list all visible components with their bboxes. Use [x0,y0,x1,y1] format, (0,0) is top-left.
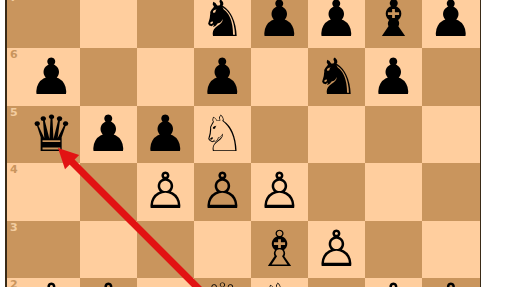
square-e2[interactable]: ♘ [251,278,308,287]
square-a7[interactable]: 7 [7,0,80,48]
square-g5[interactable] [365,106,422,163]
square-f2[interactable] [308,278,365,287]
white-queen-d2[interactable]: ♕ [200,274,245,287]
square-e7[interactable]: ♟ [251,0,308,48]
black-pawn-h7[interactable]: ♟ [429,0,474,48]
square-h2[interactable]: ♙ [422,278,480,287]
rank-label-5: 5 [10,107,18,119]
black-knight-d7[interactable]: ♞ [200,0,245,48]
square-d3[interactable] [194,221,251,278]
chess-board[interactable]: 7♞♟♟♝♟6♟♟♞♟5♛♟♟♘4♙♙♙3♗♙2♙♙♕♘♙♙ [5,0,481,287]
black-knight-f6[interactable]: ♞ [314,49,359,106]
square-f3[interactable]: ♙ [308,221,365,278]
white-pawn-f3[interactable]: ♙ [314,221,359,278]
black-pawn-d6[interactable]: ♟ [200,49,245,106]
square-e4[interactable]: ♙ [251,163,308,220]
square-h3[interactable] [422,221,480,278]
square-g3[interactable] [365,221,422,278]
square-d5[interactable]: ♘ [194,106,251,163]
square-b3[interactable] [80,221,137,278]
square-h6[interactable] [422,48,480,105]
white-bishop-e3[interactable]: ♗ [257,221,302,278]
square-g7[interactable]: ♝ [365,0,422,48]
black-pawn-f7[interactable]: ♟ [314,0,359,48]
square-c3[interactable] [137,221,194,278]
square-d2[interactable]: ♕ [194,278,251,287]
square-b2[interactable]: ♙ [80,278,137,287]
white-knight-d5[interactable]: ♘ [200,106,245,163]
square-c7[interactable] [137,0,194,48]
square-g6[interactable]: ♟ [365,48,422,105]
square-g4[interactable] [365,163,422,220]
square-a3[interactable]: 3 [7,221,80,278]
black-bishop-g7[interactable]: ♝ [371,0,416,48]
rank-label-6: 6 [10,49,18,61]
square-e5[interactable] [251,106,308,163]
black-pawn-c5[interactable]: ♟ [143,106,188,163]
square-f7[interactable]: ♟ [308,0,365,48]
square-a6[interactable]: 6♟ [7,48,80,105]
white-pawn-b2[interactable]: ♙ [86,274,131,287]
square-a2[interactable]: 2♙ [7,278,80,287]
white-pawn-h2[interactable]: ♙ [429,274,474,287]
black-pawn-g6[interactable]: ♟ [371,49,416,106]
square-d7[interactable]: ♞ [194,0,251,48]
rank-label-2: 2 [10,279,18,287]
square-h4[interactable] [422,163,480,220]
rank-label-7: 7 [10,0,18,4]
square-f4[interactable] [308,163,365,220]
square-c4[interactable]: ♙ [137,163,194,220]
white-pawn-a2[interactable]: ♙ [29,274,74,287]
white-pawn-g2[interactable]: ♙ [371,274,416,287]
rank-label-3: 3 [10,222,18,234]
square-b6[interactable] [80,48,137,105]
black-pawn-b5[interactable]: ♟ [86,106,131,163]
square-c5[interactable]: ♟ [137,106,194,163]
square-c6[interactable] [137,48,194,105]
square-e6[interactable] [251,48,308,105]
square-g2[interactable]: ♙ [365,278,422,287]
rank-label-4: 4 [10,164,18,176]
square-a4[interactable]: 4 [7,163,80,220]
black-pawn-e7[interactable]: ♟ [257,0,302,48]
square-d6[interactable]: ♟ [194,48,251,105]
square-b4[interactable] [80,163,137,220]
black-queen-a5[interactable]: ♛ [29,106,74,163]
white-pawn-c4[interactable]: ♙ [143,163,188,220]
chess-diagram: 7♞♟♟♝♟6♟♟♞♟5♛♟♟♘4♙♙♙3♗♙2♙♙♕♘♙♙ [0,0,509,287]
white-pawn-d4[interactable]: ♙ [200,163,245,220]
square-f5[interactable] [308,106,365,163]
white-pawn-e4[interactable]: ♙ [257,163,302,220]
square-h5[interactable] [422,106,480,163]
square-e3[interactable]: ♗ [251,221,308,278]
square-d4[interactable]: ♙ [194,163,251,220]
square-f6[interactable]: ♞ [308,48,365,105]
square-b7[interactable] [80,0,137,48]
white-knight-e2[interactable]: ♘ [257,274,302,287]
square-a5[interactable]: 5♛ [7,106,80,163]
square-h7[interactable]: ♟ [422,0,480,48]
black-pawn-a6[interactable]: ♟ [29,49,74,106]
square-b5[interactable]: ♟ [80,106,137,163]
square-c2[interactable] [137,278,194,287]
